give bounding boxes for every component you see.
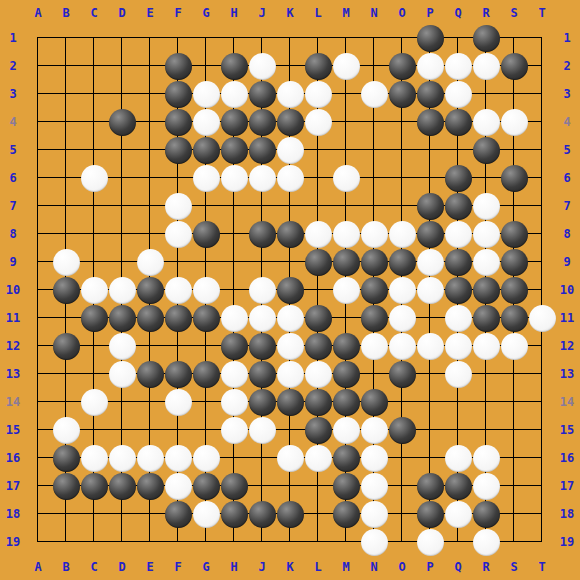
point-H3[interactable] xyxy=(220,80,248,108)
point-F11[interactable] xyxy=(164,304,192,332)
point-N3[interactable] xyxy=(360,80,388,108)
point-S17[interactable] xyxy=(500,472,528,500)
point-B6[interactable] xyxy=(52,164,80,192)
point-T4[interactable] xyxy=(528,108,556,136)
point-F18[interactable] xyxy=(164,500,192,528)
point-B12[interactable] xyxy=(52,332,80,360)
point-P5[interactable] xyxy=(416,136,444,164)
point-C18[interactable] xyxy=(80,500,108,528)
point-G12[interactable] xyxy=(192,332,220,360)
point-J18[interactable] xyxy=(248,500,276,528)
point-B2[interactable] xyxy=(52,52,80,80)
point-F10[interactable] xyxy=(164,276,192,304)
point-K17[interactable] xyxy=(276,472,304,500)
point-L12[interactable] xyxy=(304,332,332,360)
point-F5[interactable] xyxy=(164,136,192,164)
point-Q16[interactable] xyxy=(444,444,472,472)
point-C9[interactable] xyxy=(80,248,108,276)
point-H16[interactable] xyxy=(220,444,248,472)
point-M10[interactable] xyxy=(332,276,360,304)
point-D13[interactable] xyxy=(108,360,136,388)
point-S4[interactable] xyxy=(500,108,528,136)
point-P4[interactable] xyxy=(416,108,444,136)
point-G7[interactable] xyxy=(192,192,220,220)
point-L1[interactable] xyxy=(304,24,332,52)
point-O2[interactable] xyxy=(388,52,416,80)
point-R11[interactable] xyxy=(472,304,500,332)
point-K10[interactable] xyxy=(276,276,304,304)
point-B15[interactable] xyxy=(52,416,80,444)
point-G1[interactable] xyxy=(192,24,220,52)
point-H19[interactable] xyxy=(220,528,248,556)
point-Q7[interactable] xyxy=(444,192,472,220)
point-E2[interactable] xyxy=(136,52,164,80)
point-K9[interactable] xyxy=(276,248,304,276)
point-F16[interactable] xyxy=(164,444,192,472)
point-A2[interactable] xyxy=(24,52,52,80)
point-K6[interactable] xyxy=(276,164,304,192)
point-E11[interactable] xyxy=(136,304,164,332)
point-H15[interactable] xyxy=(220,416,248,444)
point-P1[interactable] xyxy=(416,24,444,52)
point-A7[interactable] xyxy=(24,192,52,220)
point-T11[interactable] xyxy=(528,304,556,332)
point-J6[interactable] xyxy=(248,164,276,192)
point-S11[interactable] xyxy=(500,304,528,332)
point-H12[interactable] xyxy=(220,332,248,360)
point-C1[interactable] xyxy=(80,24,108,52)
point-Q5[interactable] xyxy=(444,136,472,164)
point-B3[interactable] xyxy=(52,80,80,108)
point-Q18[interactable] xyxy=(444,500,472,528)
point-A16[interactable] xyxy=(24,444,52,472)
point-M2[interactable] xyxy=(332,52,360,80)
point-J4[interactable] xyxy=(248,108,276,136)
point-F3[interactable] xyxy=(164,80,192,108)
point-K4[interactable] xyxy=(276,108,304,136)
point-D9[interactable] xyxy=(108,248,136,276)
point-J5[interactable] xyxy=(248,136,276,164)
point-D17[interactable] xyxy=(108,472,136,500)
point-M16[interactable] xyxy=(332,444,360,472)
point-E10[interactable] xyxy=(136,276,164,304)
point-H17[interactable] xyxy=(220,472,248,500)
point-D6[interactable] xyxy=(108,164,136,192)
point-N6[interactable] xyxy=(360,164,388,192)
point-F8[interactable] xyxy=(164,220,192,248)
point-H10[interactable] xyxy=(220,276,248,304)
point-N8[interactable] xyxy=(360,220,388,248)
point-A14[interactable] xyxy=(24,388,52,416)
point-P16[interactable] xyxy=(416,444,444,472)
point-S6[interactable] xyxy=(500,164,528,192)
point-P3[interactable] xyxy=(416,80,444,108)
point-L14[interactable] xyxy=(304,388,332,416)
point-L15[interactable] xyxy=(304,416,332,444)
point-T10[interactable] xyxy=(528,276,556,304)
point-H18[interactable] xyxy=(220,500,248,528)
point-K11[interactable] xyxy=(276,304,304,332)
point-O1[interactable] xyxy=(388,24,416,52)
point-R7[interactable] xyxy=(472,192,500,220)
point-A12[interactable] xyxy=(24,332,52,360)
point-O19[interactable] xyxy=(388,528,416,556)
point-T14[interactable] xyxy=(528,388,556,416)
point-L10[interactable] xyxy=(304,276,332,304)
point-J15[interactable] xyxy=(248,416,276,444)
point-G15[interactable] xyxy=(192,416,220,444)
point-E1[interactable] xyxy=(136,24,164,52)
point-T1[interactable] xyxy=(528,24,556,52)
point-B5[interactable] xyxy=(52,136,80,164)
point-S10[interactable] xyxy=(500,276,528,304)
point-L18[interactable] xyxy=(304,500,332,528)
point-S18[interactable] xyxy=(500,500,528,528)
point-P6[interactable] xyxy=(416,164,444,192)
point-B8[interactable] xyxy=(52,220,80,248)
point-Q19[interactable] xyxy=(444,528,472,556)
point-O4[interactable] xyxy=(388,108,416,136)
point-J17[interactable] xyxy=(248,472,276,500)
point-H7[interactable] xyxy=(220,192,248,220)
point-H9[interactable] xyxy=(220,248,248,276)
point-A10[interactable] xyxy=(24,276,52,304)
point-R17[interactable] xyxy=(472,472,500,500)
point-Q11[interactable] xyxy=(444,304,472,332)
point-K2[interactable] xyxy=(276,52,304,80)
point-O9[interactable] xyxy=(388,248,416,276)
point-Q12[interactable] xyxy=(444,332,472,360)
point-N14[interactable] xyxy=(360,388,388,416)
point-R16[interactable] xyxy=(472,444,500,472)
point-F13[interactable] xyxy=(164,360,192,388)
point-L3[interactable] xyxy=(304,80,332,108)
point-L17[interactable] xyxy=(304,472,332,500)
point-T15[interactable] xyxy=(528,416,556,444)
point-N15[interactable] xyxy=(360,416,388,444)
point-D7[interactable] xyxy=(108,192,136,220)
point-M5[interactable] xyxy=(332,136,360,164)
point-P13[interactable] xyxy=(416,360,444,388)
point-O16[interactable] xyxy=(388,444,416,472)
point-M12[interactable] xyxy=(332,332,360,360)
point-L5[interactable] xyxy=(304,136,332,164)
point-D12[interactable] xyxy=(108,332,136,360)
point-E19[interactable] xyxy=(136,528,164,556)
point-H8[interactable] xyxy=(220,220,248,248)
point-Q1[interactable] xyxy=(444,24,472,52)
point-F1[interactable] xyxy=(164,24,192,52)
point-D4[interactable] xyxy=(108,108,136,136)
point-S9[interactable] xyxy=(500,248,528,276)
point-G16[interactable] xyxy=(192,444,220,472)
point-P17[interactable] xyxy=(416,472,444,500)
point-R13[interactable] xyxy=(472,360,500,388)
point-O10[interactable] xyxy=(388,276,416,304)
point-N13[interactable] xyxy=(360,360,388,388)
point-C11[interactable] xyxy=(80,304,108,332)
point-H2[interactable] xyxy=(220,52,248,80)
point-N11[interactable] xyxy=(360,304,388,332)
point-O3[interactable] xyxy=(388,80,416,108)
point-Q4[interactable] xyxy=(444,108,472,136)
point-T17[interactable] xyxy=(528,472,556,500)
point-O7[interactable] xyxy=(388,192,416,220)
point-L6[interactable] xyxy=(304,164,332,192)
point-R19[interactable] xyxy=(472,528,500,556)
point-R9[interactable] xyxy=(472,248,500,276)
point-D19[interactable] xyxy=(108,528,136,556)
point-S15[interactable] xyxy=(500,416,528,444)
point-Q2[interactable] xyxy=(444,52,472,80)
point-R4[interactable] xyxy=(472,108,500,136)
point-N7[interactable] xyxy=(360,192,388,220)
point-J19[interactable] xyxy=(248,528,276,556)
point-S2[interactable] xyxy=(500,52,528,80)
point-B10[interactable] xyxy=(52,276,80,304)
point-B9[interactable] xyxy=(52,248,80,276)
point-M3[interactable] xyxy=(332,80,360,108)
point-R10[interactable] xyxy=(472,276,500,304)
point-C19[interactable] xyxy=(80,528,108,556)
point-G4[interactable] xyxy=(192,108,220,136)
point-L19[interactable] xyxy=(304,528,332,556)
point-J7[interactable] xyxy=(248,192,276,220)
point-P11[interactable] xyxy=(416,304,444,332)
point-T19[interactable] xyxy=(528,528,556,556)
point-F4[interactable] xyxy=(164,108,192,136)
point-N1[interactable] xyxy=(360,24,388,52)
point-N12[interactable] xyxy=(360,332,388,360)
point-Q14[interactable] xyxy=(444,388,472,416)
point-J10[interactable] xyxy=(248,276,276,304)
point-A17[interactable] xyxy=(24,472,52,500)
point-C16[interactable] xyxy=(80,444,108,472)
point-L16[interactable] xyxy=(304,444,332,472)
point-E3[interactable] xyxy=(136,80,164,108)
point-E15[interactable] xyxy=(136,416,164,444)
point-K14[interactable] xyxy=(276,388,304,416)
point-S3[interactable] xyxy=(500,80,528,108)
point-B16[interactable] xyxy=(52,444,80,472)
point-K18[interactable] xyxy=(276,500,304,528)
point-G9[interactable] xyxy=(192,248,220,276)
point-B1[interactable] xyxy=(52,24,80,52)
point-S8[interactable] xyxy=(500,220,528,248)
point-M13[interactable] xyxy=(332,360,360,388)
point-L13[interactable] xyxy=(304,360,332,388)
point-G17[interactable] xyxy=(192,472,220,500)
point-R15[interactable] xyxy=(472,416,500,444)
point-A3[interactable] xyxy=(24,80,52,108)
point-F9[interactable] xyxy=(164,248,192,276)
point-E14[interactable] xyxy=(136,388,164,416)
point-B19[interactable] xyxy=(52,528,80,556)
point-Q15[interactable] xyxy=(444,416,472,444)
point-T16[interactable] xyxy=(528,444,556,472)
point-R18[interactable] xyxy=(472,500,500,528)
point-H11[interactable] xyxy=(220,304,248,332)
point-F15[interactable] xyxy=(164,416,192,444)
point-D10[interactable] xyxy=(108,276,136,304)
point-K15[interactable] xyxy=(276,416,304,444)
point-A4[interactable] xyxy=(24,108,52,136)
point-E4[interactable] xyxy=(136,108,164,136)
point-T8[interactable] xyxy=(528,220,556,248)
point-N17[interactable] xyxy=(360,472,388,500)
point-D14[interactable] xyxy=(108,388,136,416)
point-C15[interactable] xyxy=(80,416,108,444)
point-Q9[interactable] xyxy=(444,248,472,276)
point-A11[interactable] xyxy=(24,304,52,332)
point-C12[interactable] xyxy=(80,332,108,360)
point-M15[interactable] xyxy=(332,416,360,444)
point-J16[interactable] xyxy=(248,444,276,472)
point-J12[interactable] xyxy=(248,332,276,360)
point-J11[interactable] xyxy=(248,304,276,332)
point-F12[interactable] xyxy=(164,332,192,360)
point-E12[interactable] xyxy=(136,332,164,360)
point-O17[interactable] xyxy=(388,472,416,500)
point-K16[interactable] xyxy=(276,444,304,472)
point-G3[interactable] xyxy=(192,80,220,108)
point-K5[interactable] xyxy=(276,136,304,164)
point-O5[interactable] xyxy=(388,136,416,164)
point-B17[interactable] xyxy=(52,472,80,500)
point-N9[interactable] xyxy=(360,248,388,276)
point-G10[interactable] xyxy=(192,276,220,304)
point-T3[interactable] xyxy=(528,80,556,108)
point-B13[interactable] xyxy=(52,360,80,388)
point-J2[interactable] xyxy=(248,52,276,80)
point-P12[interactable] xyxy=(416,332,444,360)
point-C13[interactable] xyxy=(80,360,108,388)
point-K12[interactable] xyxy=(276,332,304,360)
point-N19[interactable] xyxy=(360,528,388,556)
point-F7[interactable] xyxy=(164,192,192,220)
point-Q6[interactable] xyxy=(444,164,472,192)
point-G2[interactable] xyxy=(192,52,220,80)
go-board[interactable] xyxy=(24,24,556,556)
point-C7[interactable] xyxy=(80,192,108,220)
point-M7[interactable] xyxy=(332,192,360,220)
point-S5[interactable] xyxy=(500,136,528,164)
point-H14[interactable] xyxy=(220,388,248,416)
point-K3[interactable] xyxy=(276,80,304,108)
point-P14[interactable] xyxy=(416,388,444,416)
point-T2[interactable] xyxy=(528,52,556,80)
point-O11[interactable] xyxy=(388,304,416,332)
point-S14[interactable] xyxy=(500,388,528,416)
point-E5[interactable] xyxy=(136,136,164,164)
point-H6[interactable] xyxy=(220,164,248,192)
point-N5[interactable] xyxy=(360,136,388,164)
point-D18[interactable] xyxy=(108,500,136,528)
point-E16[interactable] xyxy=(136,444,164,472)
point-N18[interactable] xyxy=(360,500,388,528)
point-O18[interactable] xyxy=(388,500,416,528)
point-A19[interactable] xyxy=(24,528,52,556)
point-P18[interactable] xyxy=(416,500,444,528)
point-Q10[interactable] xyxy=(444,276,472,304)
point-J13[interactable] xyxy=(248,360,276,388)
point-G19[interactable] xyxy=(192,528,220,556)
point-L11[interactable] xyxy=(304,304,332,332)
point-C5[interactable] xyxy=(80,136,108,164)
point-J8[interactable] xyxy=(248,220,276,248)
point-S12[interactable] xyxy=(500,332,528,360)
point-E7[interactable] xyxy=(136,192,164,220)
point-N4[interactable] xyxy=(360,108,388,136)
point-H1[interactable] xyxy=(220,24,248,52)
point-R8[interactable] xyxy=(472,220,500,248)
point-R5[interactable] xyxy=(472,136,500,164)
point-P15[interactable] xyxy=(416,416,444,444)
point-L8[interactable] xyxy=(304,220,332,248)
point-H5[interactable] xyxy=(220,136,248,164)
point-K7[interactable] xyxy=(276,192,304,220)
point-J1[interactable] xyxy=(248,24,276,52)
point-Q13[interactable] xyxy=(444,360,472,388)
point-A8[interactable] xyxy=(24,220,52,248)
point-S16[interactable] xyxy=(500,444,528,472)
point-J14[interactable] xyxy=(248,388,276,416)
point-O15[interactable] xyxy=(388,416,416,444)
point-A5[interactable] xyxy=(24,136,52,164)
point-C14[interactable] xyxy=(80,388,108,416)
point-G13[interactable] xyxy=(192,360,220,388)
point-T9[interactable] xyxy=(528,248,556,276)
point-D5[interactable] xyxy=(108,136,136,164)
point-R1[interactable] xyxy=(472,24,500,52)
point-A1[interactable] xyxy=(24,24,52,52)
point-M18[interactable] xyxy=(332,500,360,528)
point-P10[interactable] xyxy=(416,276,444,304)
point-P9[interactable] xyxy=(416,248,444,276)
point-D2[interactable] xyxy=(108,52,136,80)
point-E9[interactable] xyxy=(136,248,164,276)
point-B14[interactable] xyxy=(52,388,80,416)
point-S1[interactable] xyxy=(500,24,528,52)
point-B11[interactable] xyxy=(52,304,80,332)
point-R6[interactable] xyxy=(472,164,500,192)
point-K19[interactable] xyxy=(276,528,304,556)
point-E6[interactable] xyxy=(136,164,164,192)
point-R12[interactable] xyxy=(472,332,500,360)
point-O8[interactable] xyxy=(388,220,416,248)
point-D11[interactable] xyxy=(108,304,136,332)
point-M14[interactable] xyxy=(332,388,360,416)
point-G8[interactable] xyxy=(192,220,220,248)
point-N2[interactable] xyxy=(360,52,388,80)
point-C2[interactable] xyxy=(80,52,108,80)
point-M4[interactable] xyxy=(332,108,360,136)
point-M9[interactable] xyxy=(332,248,360,276)
point-F2[interactable] xyxy=(164,52,192,80)
point-A9[interactable] xyxy=(24,248,52,276)
point-T7[interactable] xyxy=(528,192,556,220)
point-B7[interactable] xyxy=(52,192,80,220)
point-B18[interactable] xyxy=(52,500,80,528)
point-Q17[interactable] xyxy=(444,472,472,500)
point-L4[interactable] xyxy=(304,108,332,136)
point-Q8[interactable] xyxy=(444,220,472,248)
point-A6[interactable] xyxy=(24,164,52,192)
point-J9[interactable] xyxy=(248,248,276,276)
point-D15[interactable] xyxy=(108,416,136,444)
point-C10[interactable] xyxy=(80,276,108,304)
point-C6[interactable] xyxy=(80,164,108,192)
